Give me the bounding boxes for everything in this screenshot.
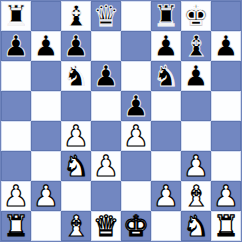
square-c8[interactable]: ♝ bbox=[61, 1, 91, 31]
black-pawn[interactable]: ♟ bbox=[123, 91, 149, 121]
square-e2[interactable] bbox=[121, 181, 151, 211]
white-pawn[interactable]: ♟ bbox=[153, 181, 179, 211]
square-f7[interactable]: ♟ bbox=[151, 31, 181, 61]
square-e4[interactable]: ♟ bbox=[121, 121, 151, 151]
square-b4[interactable] bbox=[31, 121, 61, 151]
white-knight[interactable]: ♞ bbox=[63, 151, 89, 181]
square-d7[interactable] bbox=[91, 31, 121, 61]
white-pawn[interactable]: ♟ bbox=[93, 151, 119, 181]
square-a3[interactable] bbox=[1, 151, 31, 181]
black-bishop[interactable]: ♝ bbox=[63, 1, 89, 31]
black-pawn[interactable]: ♟ bbox=[3, 31, 29, 61]
square-b7[interactable]: ♟ bbox=[31, 31, 61, 61]
square-g8[interactable]: ♚ bbox=[181, 1, 211, 31]
white-bishop[interactable]: ♝ bbox=[63, 211, 89, 241]
square-a6[interactable] bbox=[1, 61, 31, 91]
black-knight[interactable]: ♞ bbox=[153, 61, 179, 91]
square-c2[interactable] bbox=[61, 181, 91, 211]
white-king[interactable]: ♚ bbox=[123, 211, 149, 241]
square-h3[interactable] bbox=[211, 151, 241, 181]
square-d3[interactable]: ♟ bbox=[91, 151, 121, 181]
white-rook[interactable]: ♜ bbox=[213, 211, 239, 241]
square-f4[interactable] bbox=[151, 121, 181, 151]
black-queen[interactable]: ♛ bbox=[93, 1, 119, 31]
square-b6[interactable] bbox=[31, 61, 61, 91]
square-f8[interactable]: ♜ bbox=[151, 1, 181, 31]
square-f1[interactable] bbox=[151, 211, 181, 241]
square-f6[interactable]: ♞ bbox=[151, 61, 181, 91]
black-bishop[interactable]: ♝ bbox=[183, 31, 209, 61]
white-pawn[interactable]: ♟ bbox=[63, 121, 89, 151]
black-pawn[interactable]: ♟ bbox=[213, 31, 239, 61]
square-a4[interactable] bbox=[1, 121, 31, 151]
square-d1[interactable]: ♛ bbox=[91, 211, 121, 241]
square-b8[interactable] bbox=[31, 1, 61, 31]
square-d2[interactable] bbox=[91, 181, 121, 211]
square-d4[interactable] bbox=[91, 121, 121, 151]
square-c5[interactable] bbox=[61, 91, 91, 121]
square-g7[interactable]: ♝ bbox=[181, 31, 211, 61]
square-a1[interactable]: ♜ bbox=[1, 211, 31, 241]
white-knight[interactable]: ♞ bbox=[183, 211, 209, 241]
square-e3[interactable] bbox=[121, 151, 151, 181]
square-h8[interactable] bbox=[211, 1, 241, 31]
black-rook[interactable]: ♜ bbox=[153, 1, 179, 31]
square-g2[interactable]: ♝ bbox=[181, 181, 211, 211]
black-pawn[interactable]: ♟ bbox=[153, 31, 179, 61]
square-h1[interactable]: ♜ bbox=[211, 211, 241, 241]
black-pawn[interactable]: ♟ bbox=[93, 61, 119, 91]
white-pawn[interactable]: ♟ bbox=[213, 181, 239, 211]
square-g4[interactable] bbox=[181, 121, 211, 151]
white-pawn[interactable]: ♟ bbox=[3, 181, 29, 211]
square-g1[interactable]: ♞ bbox=[181, 211, 211, 241]
square-d8[interactable]: ♛ bbox=[91, 1, 121, 31]
black-pawn[interactable]: ♟ bbox=[183, 61, 209, 91]
square-c1[interactable]: ♝ bbox=[61, 211, 91, 241]
white-pawn[interactable]: ♟ bbox=[123, 121, 149, 151]
black-rook[interactable]: ♜ bbox=[3, 1, 29, 31]
square-h7[interactable]: ♟ bbox=[211, 31, 241, 61]
square-a5[interactable] bbox=[1, 91, 31, 121]
square-c6[interactable]: ♞ bbox=[61, 61, 91, 91]
square-h5[interactable] bbox=[211, 91, 241, 121]
square-g3[interactable]: ♟ bbox=[181, 151, 211, 181]
square-e5[interactable]: ♟ bbox=[121, 91, 151, 121]
black-knight[interactable]: ♞ bbox=[63, 61, 89, 91]
square-d6[interactable]: ♟ bbox=[91, 61, 121, 91]
square-e1[interactable]: ♚ bbox=[121, 211, 151, 241]
square-a2[interactable]: ♟ bbox=[1, 181, 31, 211]
square-b1[interactable] bbox=[31, 211, 61, 241]
square-c3[interactable]: ♞ bbox=[61, 151, 91, 181]
square-g5[interactable] bbox=[181, 91, 211, 121]
white-pawn[interactable]: ♟ bbox=[33, 181, 59, 211]
square-b2[interactable]: ♟ bbox=[31, 181, 61, 211]
square-a8[interactable]: ♜ bbox=[1, 1, 31, 31]
square-h2[interactable]: ♟ bbox=[211, 181, 241, 211]
square-e7[interactable] bbox=[121, 31, 151, 61]
chess-board: ♜♝♛♜♚♟♟♟♟♝♟♞♟♞♟♟♟♟♞♟♟♟♟♟♝♟♜♝♛♚♞♜ bbox=[0, 0, 242, 242]
white-pawn[interactable]: ♟ bbox=[183, 151, 209, 181]
square-e8[interactable] bbox=[121, 1, 151, 31]
square-f5[interactable] bbox=[151, 91, 181, 121]
square-b3[interactable] bbox=[31, 151, 61, 181]
square-g6[interactable]: ♟ bbox=[181, 61, 211, 91]
square-h4[interactable] bbox=[211, 121, 241, 151]
square-f2[interactable]: ♟ bbox=[151, 181, 181, 211]
white-rook[interactable]: ♜ bbox=[3, 211, 29, 241]
square-a7[interactable]: ♟ bbox=[1, 31, 31, 61]
white-bishop[interactable]: ♝ bbox=[183, 181, 209, 211]
square-b5[interactable] bbox=[31, 91, 61, 121]
square-d5[interactable] bbox=[91, 91, 121, 121]
black-pawn[interactable]: ♟ bbox=[63, 31, 89, 61]
square-c7[interactable]: ♟ bbox=[61, 31, 91, 61]
square-e6[interactable] bbox=[121, 61, 151, 91]
square-h6[interactable] bbox=[211, 61, 241, 91]
square-f3[interactable] bbox=[151, 151, 181, 181]
white-queen[interactable]: ♛ bbox=[93, 211, 119, 241]
black-pawn[interactable]: ♟ bbox=[33, 31, 59, 61]
square-c4[interactable]: ♟ bbox=[61, 121, 91, 151]
black-king[interactable]: ♚ bbox=[183, 1, 209, 31]
